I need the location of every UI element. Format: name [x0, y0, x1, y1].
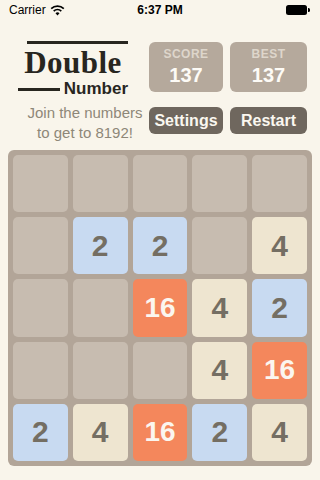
score-value: 137 [169, 64, 202, 87]
empty-cell-r1c3 [133, 155, 188, 212]
tile-16-r3c3: 16 [133, 279, 188, 336]
best-value: 137 [252, 64, 285, 87]
tile-16-r5c3: 16 [133, 404, 188, 461]
tile-2-r2c3: 2 [133, 217, 188, 274]
empty-cell-r1c5 [252, 155, 307, 212]
best-box: BEST 137 [230, 42, 307, 92]
best-label: BEST [251, 47, 285, 61]
logo-bottom-rule [18, 88, 60, 91]
empty-cell-r1c1 [13, 155, 68, 212]
battery-icon [286, 5, 310, 15]
tile-2-r5c4: 2 [192, 404, 247, 461]
score-label: SCORE [163, 47, 208, 61]
empty-cell-r2c1 [13, 217, 68, 274]
tile-16-r4c5: 16 [252, 342, 307, 399]
logo-title: Double [18, 44, 128, 81]
tile-2-r5c1: 2 [13, 404, 68, 461]
tile-2-r3c5: 2 [252, 279, 307, 336]
restart-button[interactable]: Restart [230, 107, 307, 134]
status-bar: Carrier 6:37 PM [0, 0, 320, 20]
empty-cell-r2c4 [192, 217, 247, 274]
goal-text-line2: to get to 8192! [37, 124, 133, 141]
clock: 6:37 PM [0, 3, 320, 17]
settings-button[interactable]: Settings [149, 107, 223, 134]
goal-text-line1: Join the numbers [27, 104, 142, 121]
empty-cell-r1c2 [73, 155, 128, 212]
tile-4-r3c4: 4 [192, 279, 247, 336]
empty-cell-r3c1 [13, 279, 68, 336]
app-screen: Carrier 6:37 PM Double Number SCORE 137 [0, 0, 320, 480]
empty-cell-r4c3 [133, 342, 188, 399]
tile-2-r2c2: 2 [73, 217, 128, 274]
tile-4-r5c5: 4 [252, 404, 307, 461]
logo-subtitle: Number [64, 79, 128, 99]
empty-cell-r1c4 [192, 155, 247, 212]
app-logo: Double Number [18, 41, 128, 99]
empty-cell-r4c2 [73, 342, 128, 399]
board[interactable]: 2241642416241624 [8, 150, 312, 466]
tile-4-r5c2: 4 [73, 404, 128, 461]
empty-cell-r3c2 [73, 279, 128, 336]
empty-cell-r4c1 [13, 342, 68, 399]
tile-4-r4c4: 4 [192, 342, 247, 399]
goal-text: Join the numbers to get to 8192! [13, 103, 157, 143]
score-box: SCORE 137 [149, 42, 223, 92]
tile-4-r2c5: 4 [252, 217, 307, 274]
